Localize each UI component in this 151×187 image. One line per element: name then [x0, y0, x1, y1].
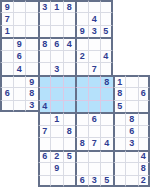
outside-board: [25, 162, 38, 174]
cell-r11c3[interactable]: [38, 137, 51, 149]
outside-board: [25, 125, 38, 137]
cell-r9c8[interactable]: [100, 112, 113, 124]
outside-board: [25, 137, 38, 149]
cell-r14c8[interactable]: 5: [100, 175, 113, 187]
cell-r14c4[interactable]: [50, 175, 63, 187]
cell-r8c3-overlap[interactable]: 4: [38, 100, 51, 112]
cell-r3c1[interactable]: 9: [13, 37, 26, 49]
cell-r5c8[interactable]: [100, 62, 113, 74]
cell-r3c0[interactable]: [0, 37, 13, 49]
outside-board: [138, 50, 151, 62]
outside-board: [0, 112, 13, 124]
cell-r2c6[interactable]: 9: [75, 25, 88, 37]
cell-r14c11[interactable]: 2: [138, 175, 151, 187]
cell-r6c7-overlap[interactable]: [88, 75, 101, 87]
cell-r10c3[interactable]: 7: [38, 125, 51, 137]
cell-r6c9[interactable]: 1: [113, 75, 126, 87]
cell-r1c0[interactable]: 7: [0, 12, 13, 24]
outside-board: [125, 62, 138, 74]
cell-r11c11[interactable]: [138, 137, 151, 149]
cell-r13c4[interactable]: 9: [50, 162, 63, 174]
cell-r7c11[interactable]: 6: [138, 87, 151, 99]
outside-board: [0, 150, 13, 162]
cell-r2c3[interactable]: [38, 25, 51, 37]
cell-r5c0[interactable]: [0, 62, 13, 74]
outside-board: [113, 62, 126, 74]
outside-board: [25, 175, 38, 187]
cell-r7c2[interactable]: 8: [25, 87, 38, 99]
cell-r0c0[interactable]: 9: [0, 0, 13, 12]
cell-r9c7[interactable]: 6: [88, 112, 101, 124]
cell-r12c6[interactable]: [75, 150, 88, 162]
cell-r5c1[interactable]: 4: [13, 62, 26, 74]
outside-board: [25, 150, 38, 162]
cell-r8c5-overlap[interactable]: [63, 100, 76, 112]
cell-r11c5[interactable]: [63, 137, 76, 149]
cell-r0c8[interactable]: [100, 0, 113, 12]
outside-board: [0, 162, 13, 174]
cell-r0c2[interactable]: [25, 0, 38, 12]
cell-r2c0[interactable]: 1: [0, 25, 13, 37]
cell-r8c8-overlap[interactable]: [100, 100, 113, 112]
cell-r3c6[interactable]: [75, 37, 88, 49]
cell-r7c6-overlap[interactable]: [75, 87, 88, 99]
outside-board: [113, 50, 126, 62]
outside-board: [138, 37, 151, 49]
cell-r0c4[interactable]: 1: [50, 0, 63, 12]
cell-r8c2[interactable]: 3: [25, 100, 38, 112]
cell-r6c0[interactable]: [0, 75, 13, 87]
cell-r7c4-overlap[interactable]: [50, 87, 63, 99]
cell-r5c5[interactable]: [63, 62, 76, 74]
cell-r6c10[interactable]: [125, 75, 138, 87]
outside-board: [125, 50, 138, 62]
cell-r4c1[interactable]: 6: [13, 50, 26, 62]
cell-r14c5[interactable]: [63, 175, 76, 187]
cell-r3c7[interactable]: [88, 37, 101, 49]
outside-board: [113, 25, 126, 37]
cell-r9c4[interactable]: 1: [50, 112, 63, 124]
outside-board: [125, 0, 138, 12]
cell-r1c3[interactable]: [38, 12, 51, 24]
outside-board: [0, 125, 13, 137]
outside-board: [125, 12, 138, 24]
cell-r7c1[interactable]: [13, 87, 26, 99]
cell-r6c11[interactable]: [138, 75, 151, 87]
outside-board: [138, 12, 151, 24]
cell-r12c9[interactable]: [113, 150, 126, 162]
cell-r10c10[interactable]: 6: [125, 125, 138, 137]
cell-r1c4[interactable]: [50, 12, 63, 24]
cell-r6c4-overlap[interactable]: [50, 75, 63, 87]
cell-r4c0[interactable]: [0, 50, 13, 62]
outside-board: [138, 25, 151, 37]
cell-r2c1[interactable]: [13, 25, 26, 37]
cell-r10c11[interactable]: [138, 125, 151, 137]
cell-r14c3[interactable]: [38, 175, 51, 187]
cell-r5c7[interactable]: 7: [88, 62, 101, 74]
cell-r4c2[interactable]: [25, 50, 38, 62]
outside-board: [113, 37, 126, 49]
cell-r5c6[interactable]: [75, 62, 88, 74]
cell-r4c8[interactable]: 4: [100, 50, 113, 62]
cell-r3c3[interactable]: 8: [38, 37, 51, 49]
cell-r7c9[interactable]: 8: [113, 87, 126, 99]
cell-r12c11[interactable]: 4: [138, 150, 151, 162]
cell-r13c9[interactable]: [113, 162, 126, 174]
cell-r6c6-overlap[interactable]: [75, 75, 88, 87]
cell-r11c6[interactable]: 8: [75, 137, 88, 149]
outside-board: [13, 175, 26, 187]
cell-r6c3-overlap[interactable]: [38, 75, 51, 87]
cell-r4c6[interactable]: 2: [75, 50, 88, 62]
cell-r1c6[interactable]: [75, 12, 88, 24]
cell-r13c10[interactable]: [125, 162, 138, 174]
cell-r9c5[interactable]: [63, 112, 76, 124]
outside-board: [13, 112, 26, 124]
outside-board: [138, 62, 151, 74]
cell-r6c1[interactable]: [13, 75, 26, 87]
cell-r3c2[interactable]: [25, 37, 38, 49]
cell-r2c2[interactable]: [25, 25, 38, 37]
cell-r8c1[interactable]: [13, 100, 26, 112]
cell-r3c5[interactable]: 4: [63, 37, 76, 49]
cell-r13c3[interactable]: [38, 162, 51, 174]
cell-r13c11[interactable]: 8: [138, 162, 151, 174]
cell-r4c5[interactable]: [63, 50, 76, 62]
cell-r10c8[interactable]: [100, 125, 113, 137]
cell-r8c6-overlap[interactable]: [75, 100, 88, 112]
cell-r0c6[interactable]: [75, 0, 88, 12]
cell-r1c7[interactable]: 4: [88, 12, 101, 24]
cell-r9c9[interactable]: [113, 112, 126, 124]
cell-r8c10[interactable]: [125, 100, 138, 112]
cell-r10c5[interactable]: 8: [63, 125, 76, 137]
cell-r7c10[interactable]: [125, 87, 138, 99]
cell-r2c7[interactable]: 3: [88, 25, 101, 37]
cell-r8c7-overlap[interactable]: [88, 100, 101, 112]
cell-r8c11[interactable]: [138, 100, 151, 112]
cell-r9c11[interactable]: [138, 112, 151, 124]
cell-r12c7[interactable]: [88, 150, 101, 162]
cell-r7c7-overlap[interactable]: [88, 87, 101, 99]
cell-r10c6[interactable]: [75, 125, 88, 137]
cell-r0c1[interactable]: [13, 0, 26, 12]
cell-r11c4[interactable]: [50, 137, 63, 149]
cell-r14c7[interactable]: 3: [88, 175, 101, 187]
outside-board: [13, 150, 26, 162]
cell-r12c8[interactable]: [100, 150, 113, 162]
cell-r13c8[interactable]: [100, 162, 113, 174]
cell-r0c5[interactable]: 8: [63, 0, 76, 12]
cell-r11c8[interactable]: 4: [100, 137, 113, 149]
cell-r7c8-overlap[interactable]: [100, 87, 113, 99]
cell-r4c4[interactable]: [50, 50, 63, 62]
cell-r6c8-overlap[interactable]: 8: [100, 75, 113, 87]
cell-r12c5[interactable]: 5: [63, 150, 76, 162]
outside-board: [25, 112, 38, 124]
cell-r2c8[interactable]: 5: [100, 25, 113, 37]
cell-r0c3[interactable]: 3: [38, 0, 51, 12]
cell-r2c4[interactable]: [50, 25, 63, 37]
cell-r1c8[interactable]: [100, 12, 113, 24]
cell-r13c7[interactable]: [88, 162, 101, 174]
outside-board: [113, 12, 126, 24]
cell-r2c5[interactable]: [63, 25, 76, 37]
outside-board: [113, 0, 126, 12]
cell-r8c0[interactable]: [0, 100, 13, 112]
cell-r12c10[interactable]: [125, 150, 138, 162]
cell-r11c7[interactable]: 7: [88, 137, 101, 149]
cell-r12c4[interactable]: 2: [50, 150, 63, 162]
cell-r9c10[interactable]: 8: [125, 112, 138, 124]
cell-r3c8[interactable]: [100, 37, 113, 49]
cell-r4c3[interactable]: [38, 50, 51, 62]
cell-r14c9[interactable]: [113, 175, 126, 187]
cell-r13c5[interactable]: [63, 162, 76, 174]
cell-r3c4[interactable]: 6: [50, 37, 63, 49]
cell-r10c4[interactable]: [50, 125, 63, 137]
cell-r6c5-overlap[interactable]: [63, 75, 76, 87]
cell-r7c3-overlap[interactable]: [38, 87, 51, 99]
outside-board: [0, 137, 13, 149]
cell-r13c6[interactable]: [75, 162, 88, 174]
cell-r11c10[interactable]: 3: [125, 137, 138, 149]
cell-r7c0[interactable]: 6: [0, 87, 13, 99]
cell-r1c2[interactable]: [25, 12, 38, 24]
cell-r5c3[interactable]: [38, 62, 51, 74]
cell-r14c6[interactable]: 6: [75, 175, 88, 187]
cell-r14c10[interactable]: [125, 175, 138, 187]
cell-r5c2[interactable]: [25, 62, 38, 74]
cell-r1c5[interactable]: [63, 12, 76, 24]
cell-r1c1[interactable]: [13, 12, 26, 24]
outside-board: [125, 37, 138, 49]
cell-r9c6[interactable]: [75, 112, 88, 124]
cell-r12c3[interactable]: 6: [38, 150, 51, 162]
outside-board: [13, 162, 26, 174]
cell-r10c9[interactable]: [113, 125, 126, 137]
sudoku-board: 9318741935986462443798168863451687868743…: [0, 0, 150, 187]
outside-board: [138, 0, 151, 12]
outside-board: [13, 137, 26, 149]
cell-r7c5-overlap[interactable]: [63, 87, 76, 99]
cell-r0c7[interactable]: [88, 0, 101, 12]
cell-r6c2[interactable]: 9: [25, 75, 38, 87]
cell-r5c4[interactable]: 3: [50, 62, 63, 74]
outside-board: [125, 25, 138, 37]
cell-r8c4-overlap[interactable]: [50, 100, 63, 112]
cell-r8c9[interactable]: 5: [113, 100, 126, 112]
outside-board: [13, 125, 26, 137]
outside-board: [0, 175, 13, 187]
cell-r11c9[interactable]: [113, 137, 126, 149]
cell-r9c3[interactable]: [38, 112, 51, 124]
cell-r10c7[interactable]: [88, 125, 101, 137]
cell-r4c7[interactable]: [88, 50, 101, 62]
